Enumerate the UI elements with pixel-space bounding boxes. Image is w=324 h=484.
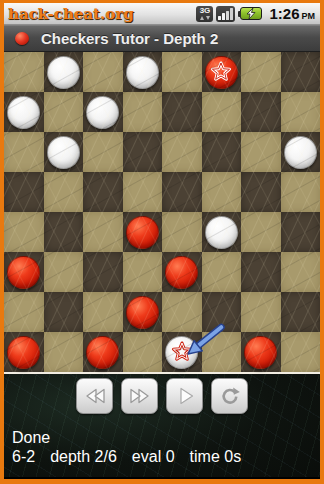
clock-time: 1:26PM bbox=[269, 5, 315, 23]
square-r7c3 bbox=[123, 332, 163, 372]
eval-text: eval 0 bbox=[132, 448, 175, 465]
king-star-icon bbox=[170, 340, 194, 364]
square-r4c0 bbox=[4, 212, 44, 252]
control-panel: Done 6-2depth 2/6eval 0time 0s bbox=[4, 374, 320, 477]
red-king-piece[interactable] bbox=[205, 56, 238, 89]
title-bar: Checkers Tutor - Depth 2 bbox=[4, 25, 320, 52]
double-arrow-left-icon bbox=[82, 384, 108, 408]
data-updown-arrows-icon bbox=[200, 15, 210, 20]
square-r4c3[interactable] bbox=[123, 212, 163, 252]
step-back-button[interactable] bbox=[76, 378, 113, 414]
app-title: Checkers Tutor - Depth 2 bbox=[41, 30, 218, 47]
square-r5c3 bbox=[123, 252, 163, 292]
square-r0c3[interactable] bbox=[123, 52, 163, 92]
square-r5c4[interactable] bbox=[162, 252, 202, 292]
step-forward-button[interactable] bbox=[121, 378, 158, 414]
play-button[interactable] bbox=[166, 378, 203, 414]
square-r6c5[interactable] bbox=[202, 292, 242, 332]
square-r6c2 bbox=[83, 292, 123, 332]
square-r0c0 bbox=[4, 52, 44, 92]
square-r1c3 bbox=[123, 92, 163, 132]
square-r0c4 bbox=[162, 52, 202, 92]
square-r0c2 bbox=[83, 52, 123, 92]
square-r5c2[interactable] bbox=[83, 252, 123, 292]
square-r1c4[interactable] bbox=[162, 92, 202, 132]
white-man-piece[interactable] bbox=[47, 136, 80, 169]
square-r7c5 bbox=[202, 332, 242, 372]
square-r7c4[interactable] bbox=[162, 332, 202, 372]
square-r3c4[interactable] bbox=[162, 172, 202, 212]
square-r4c5[interactable] bbox=[202, 212, 242, 252]
white-man-piece[interactable] bbox=[284, 136, 317, 169]
king-star-icon bbox=[209, 60, 233, 84]
square-r3c5 bbox=[202, 172, 242, 212]
square-r7c1 bbox=[44, 332, 84, 372]
square-r4c2 bbox=[83, 212, 123, 252]
square-r7c6[interactable] bbox=[241, 332, 281, 372]
last-move-text: 6-2 bbox=[12, 448, 35, 465]
square-r3c2[interactable] bbox=[83, 172, 123, 212]
red-checker-app-icon bbox=[15, 32, 29, 45]
phone-screen: hack-cheat.org 3G 1:26PM Checkers Tutor … bbox=[0, 0, 324, 484]
battery-charging-icon bbox=[240, 7, 262, 20]
red-man-piece[interactable] bbox=[7, 256, 40, 289]
square-r3c6[interactable] bbox=[241, 172, 281, 212]
square-r2c6 bbox=[241, 132, 281, 172]
restart-button[interactable] bbox=[211, 378, 248, 414]
watermark-text: hack-cheat.org bbox=[8, 5, 134, 23]
square-r6c7[interactable] bbox=[281, 292, 321, 332]
square-r1c2[interactable] bbox=[83, 92, 123, 132]
white-king-piece[interactable] bbox=[165, 336, 198, 369]
double-arrow-right-icon bbox=[127, 384, 153, 408]
square-r6c4 bbox=[162, 292, 202, 332]
square-r6c0 bbox=[4, 292, 44, 332]
engine-state-text: Done bbox=[12, 429, 320, 447]
square-r5c1 bbox=[44, 252, 84, 292]
red-man-piece[interactable] bbox=[86, 336, 119, 369]
checkers-board bbox=[4, 52, 320, 374]
square-r0c5[interactable] bbox=[202, 52, 242, 92]
square-r5c6[interactable] bbox=[241, 252, 281, 292]
red-man-piece[interactable] bbox=[244, 336, 277, 369]
white-man-piece[interactable] bbox=[126, 56, 159, 89]
square-r2c4 bbox=[162, 132, 202, 172]
square-r5c5 bbox=[202, 252, 242, 292]
square-r0c1[interactable] bbox=[44, 52, 84, 92]
square-r1c5 bbox=[202, 92, 242, 132]
square-r6c3[interactable] bbox=[123, 292, 163, 332]
square-r2c0 bbox=[4, 132, 44, 172]
square-r2c1[interactable] bbox=[44, 132, 84, 172]
square-r7c0[interactable] bbox=[4, 332, 44, 372]
square-r7c2[interactable] bbox=[83, 332, 123, 372]
time-text: time 0s bbox=[190, 448, 242, 465]
status-bar: hack-cheat.org 3G 1:26PM bbox=[4, 3, 320, 25]
depth-text: depth 2/6 bbox=[50, 448, 117, 465]
red-man-piece[interactable] bbox=[126, 216, 159, 249]
red-man-piece[interactable] bbox=[126, 296, 159, 329]
white-man-piece[interactable] bbox=[47, 56, 80, 89]
square-r1c6[interactable] bbox=[241, 92, 281, 132]
square-r3c3 bbox=[123, 172, 163, 212]
square-r6c6 bbox=[241, 292, 281, 332]
white-man-piece[interactable] bbox=[7, 96, 40, 129]
square-r1c0[interactable] bbox=[4, 92, 44, 132]
red-man-piece[interactable] bbox=[7, 336, 40, 369]
square-r3c0[interactable] bbox=[4, 172, 44, 212]
red-man-piece[interactable] bbox=[165, 256, 198, 289]
3g-network-icon: 3G bbox=[196, 6, 213, 22]
move-stats-line: 6-2depth 2/6eval 0time 0s bbox=[12, 448, 320, 466]
square-r4c6 bbox=[241, 212, 281, 252]
square-r3c7 bbox=[281, 172, 321, 212]
playback-controls bbox=[4, 378, 320, 414]
board-cells bbox=[4, 52, 320, 370]
square-r0c7[interactable] bbox=[281, 52, 321, 92]
square-r4c7[interactable] bbox=[281, 212, 321, 252]
play-icon bbox=[173, 384, 197, 408]
signal-strength-icon bbox=[216, 6, 235, 22]
square-r6c1[interactable] bbox=[44, 292, 84, 332]
square-r2c5[interactable] bbox=[202, 132, 242, 172]
white-man-piece[interactable] bbox=[86, 96, 119, 129]
white-man-piece[interactable] bbox=[205, 216, 238, 249]
square-r2c7[interactable] bbox=[281, 132, 321, 172]
square-r3c1 bbox=[44, 172, 84, 212]
square-r0c6 bbox=[241, 52, 281, 92]
restart-icon bbox=[218, 384, 242, 408]
square-r1c7 bbox=[281, 92, 321, 132]
square-r1c1 bbox=[44, 92, 84, 132]
square-r2c3[interactable] bbox=[123, 132, 163, 172]
square-r4c4 bbox=[162, 212, 202, 252]
square-r4c1[interactable] bbox=[44, 212, 84, 252]
square-r2c2 bbox=[83, 132, 123, 172]
square-r5c7 bbox=[281, 252, 321, 292]
square-r7c7 bbox=[281, 332, 321, 372]
square-r5c0[interactable] bbox=[4, 252, 44, 292]
